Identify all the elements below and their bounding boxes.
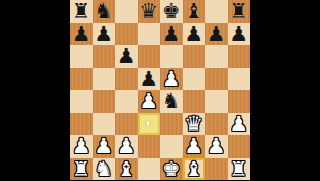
white-pawn-piece: ♟: [117, 135, 136, 158]
white-pawn-piece: ♟: [184, 135, 203, 158]
chess-app-viewport: ♜♞♛♚♝♜♟♟♟♟♟♟♟♟♟♟♞♛♟♟♟♟♟♟♜♞♝♚♝♜: [0, 0, 320, 180]
square-a4[interactable]: [70, 90, 93, 113]
square-g4[interactable]: [205, 90, 228, 113]
square-b8[interactable]: ♞: [93, 0, 116, 23]
square-f8[interactable]: ♝: [183, 0, 206, 23]
black-knight-piece: ♞: [94, 0, 113, 23]
letterbox-right: [250, 0, 320, 180]
black-pawn-piece: ♟: [72, 23, 91, 46]
square-h4[interactable]: [228, 90, 251, 113]
white-rook-piece: ♜: [229, 158, 248, 181]
square-e6[interactable]: [160, 45, 183, 68]
square-f2[interactable]: ♟: [183, 135, 206, 158]
square-b3[interactable]: [93, 113, 116, 136]
white-knight-piece: ♞: [94, 158, 113, 181]
square-d5[interactable]: ♟: [138, 68, 161, 91]
square-g5[interactable]: [205, 68, 228, 91]
square-g1[interactable]: [205, 158, 228, 181]
black-pawn-piece: ♟: [162, 23, 181, 46]
white-bishop-piece: ♝: [184, 158, 203, 181]
square-h8[interactable]: ♜: [228, 0, 251, 23]
square-e4[interactable]: ♞: [160, 90, 183, 113]
square-f5[interactable]: [183, 68, 206, 91]
black-king-piece: ♚: [162, 0, 181, 23]
square-e2[interactable]: [160, 135, 183, 158]
square-c7[interactable]: [115, 23, 138, 46]
black-pawn-piece: ♟: [117, 45, 136, 68]
square-d4[interactable]: ♟: [138, 90, 161, 113]
square-e7[interactable]: ♟: [160, 23, 183, 46]
square-a5[interactable]: [70, 68, 93, 91]
square-h5[interactable]: [228, 68, 251, 91]
black-pawn-piece: ♟: [139, 68, 158, 91]
black-knight-piece: ♞: [162, 90, 181, 113]
chess-board: ♜♞♛♚♝♜♟♟♟♟♟♟♟♟♟♟♞♛♟♟♟♟♟♟♜♞♝♚♝♜: [70, 0, 250, 180]
square-a2[interactable]: ♟: [70, 135, 93, 158]
square-c8[interactable]: [115, 0, 138, 23]
square-a1[interactable]: ♜: [70, 158, 93, 181]
square-d2[interactable]: [138, 135, 161, 158]
square-g3[interactable]: [205, 113, 228, 136]
white-bishop-piece: ♝: [117, 158, 136, 181]
white-king-piece: ♚: [162, 158, 181, 181]
black-pawn-piece: ♟: [184, 23, 203, 46]
square-f7[interactable]: ♟: [183, 23, 206, 46]
square-g6[interactable]: [205, 45, 228, 68]
black-pawn-piece: ♟: [207, 23, 226, 46]
square-b1[interactable]: ♞: [93, 158, 116, 181]
square-h3[interactable]: ♟: [228, 113, 251, 136]
square-c3[interactable]: [115, 113, 138, 136]
square-d7[interactable]: [138, 23, 161, 46]
black-pawn-piece: ♟: [229, 23, 248, 46]
square-e5[interactable]: ♟: [160, 68, 183, 91]
mouse-cursor-icon: [145, 120, 151, 128]
white-pawn-piece: ♟: [207, 135, 226, 158]
black-pawn-piece: ♟: [94, 23, 113, 46]
letterbox-left: [0, 0, 70, 180]
square-f3[interactable]: ♛: [183, 113, 206, 136]
square-a8[interactable]: ♜: [70, 0, 93, 23]
square-b7[interactable]: ♟: [93, 23, 116, 46]
square-c2[interactable]: ♟: [115, 135, 138, 158]
white-rook-piece: ♜: [72, 158, 91, 181]
square-h2[interactable]: [228, 135, 251, 158]
square-c1[interactable]: ♝: [115, 158, 138, 181]
black-queen-piece: ♛: [139, 0, 158, 23]
square-f4[interactable]: [183, 90, 206, 113]
square-a3[interactable]: [70, 113, 93, 136]
square-c6[interactable]: ♟: [115, 45, 138, 68]
square-e3[interactable]: [160, 113, 183, 136]
square-b2[interactable]: ♟: [93, 135, 116, 158]
square-h7[interactable]: ♟: [228, 23, 251, 46]
white-pawn-piece: ♟: [72, 135, 91, 158]
square-g7[interactable]: ♟: [205, 23, 228, 46]
white-queen-piece: ♛: [184, 113, 203, 136]
square-c4[interactable]: [115, 90, 138, 113]
square-d8[interactable]: ♛: [138, 0, 161, 23]
square-f6[interactable]: [183, 45, 206, 68]
square-d1[interactable]: [138, 158, 161, 181]
black-bishop-piece: ♝: [184, 0, 203, 23]
square-e1[interactable]: ♚: [160, 158, 183, 181]
black-rook-piece: ♜: [229, 0, 248, 23]
square-d6[interactable]: [138, 45, 161, 68]
square-b5[interactable]: [93, 68, 116, 91]
square-g8[interactable]: [205, 0, 228, 23]
square-b6[interactable]: [93, 45, 116, 68]
square-h6[interactable]: [228, 45, 251, 68]
square-b4[interactable]: [93, 90, 116, 113]
white-pawn-piece: ♟: [162, 68, 181, 91]
white-pawn-piece: ♟: [94, 135, 113, 158]
white-pawn-piece: ♟: [139, 90, 158, 113]
black-rook-piece: ♜: [72, 0, 91, 23]
square-f1[interactable]: ♝: [183, 158, 206, 181]
square-h1[interactable]: ♜: [228, 158, 251, 181]
square-c5[interactable]: [115, 68, 138, 91]
square-d3[interactable]: [138, 113, 161, 136]
square-e8[interactable]: ♚: [160, 0, 183, 23]
white-pawn-piece: ♟: [229, 113, 248, 136]
square-a6[interactable]: [70, 45, 93, 68]
square-g2[interactable]: ♟: [205, 135, 228, 158]
square-a7[interactable]: ♟: [70, 23, 93, 46]
